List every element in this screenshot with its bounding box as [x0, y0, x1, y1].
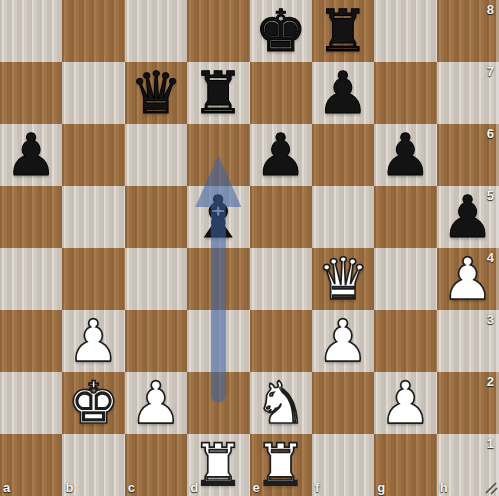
piece-white-pawn[interactable]: ♟ — [437, 248, 499, 310]
square-a3[interactable] — [0, 310, 62, 372]
square-a5[interactable] — [0, 186, 62, 248]
square-a2[interactable] — [0, 372, 62, 434]
square-b6[interactable] — [62, 124, 124, 186]
piece-black-pawn[interactable]: ♟ — [312, 62, 374, 124]
square-f3[interactable]: ♟ — [312, 310, 374, 372]
square-d2[interactable] — [187, 372, 249, 434]
square-a1[interactable]: a — [0, 434, 62, 496]
square-c5[interactable] — [125, 186, 187, 248]
square-h2[interactable]: 2 — [437, 372, 499, 434]
square-e1[interactable]: e♜ — [250, 434, 312, 496]
piece-white-rook[interactable]: ♜ — [187, 434, 249, 496]
square-a4[interactable] — [0, 248, 62, 310]
square-c4[interactable] — [125, 248, 187, 310]
piece-black-queen[interactable]: ♛ — [125, 62, 187, 124]
rank-label-1: 1 — [487, 437, 494, 450]
piece-black-king[interactable]: ♚ — [250, 0, 312, 62]
piece-white-pawn[interactable]: ♟ — [312, 310, 374, 372]
piece-black-rook[interactable]: ♜ — [312, 0, 374, 62]
square-h8[interactable]: 8 — [437, 0, 499, 62]
chess-board: ♚♜8♛♜♟7♟♟♟6♝5♟♛4♟♟♟3♚♟♞♟2abcd♜e♜fg1h — [0, 0, 499, 496]
square-f4[interactable]: ♛ — [312, 248, 374, 310]
piece-white-knight[interactable]: ♞ — [250, 372, 312, 434]
piece-black-pawn[interactable]: ♟ — [250, 124, 312, 186]
rank-label-2: 2 — [487, 375, 494, 388]
piece-white-rook[interactable]: ♜ — [250, 434, 312, 496]
square-c3[interactable] — [125, 310, 187, 372]
square-f2[interactable] — [312, 372, 374, 434]
square-d8[interactable] — [187, 0, 249, 62]
square-g7[interactable] — [374, 62, 436, 124]
piece-black-rook[interactable]: ♜ — [187, 62, 249, 124]
square-a6[interactable]: ♟ — [0, 124, 62, 186]
square-e2[interactable]: ♞ — [250, 372, 312, 434]
square-c6[interactable] — [125, 124, 187, 186]
square-c2[interactable]: ♟ — [125, 372, 187, 434]
file-label-b: b — [65, 481, 73, 494]
square-d6[interactable] — [187, 124, 249, 186]
square-d3[interactable] — [187, 310, 249, 372]
file-label-g: g — [377, 481, 385, 494]
square-e5[interactable] — [250, 186, 312, 248]
square-f8[interactable]: ♜ — [312, 0, 374, 62]
square-e3[interactable] — [250, 310, 312, 372]
piece-white-pawn[interactable]: ♟ — [374, 372, 436, 434]
square-d4[interactable] — [187, 248, 249, 310]
square-c8[interactable] — [125, 0, 187, 62]
square-g6[interactable]: ♟ — [374, 124, 436, 186]
square-b4[interactable] — [62, 248, 124, 310]
square-f7[interactable]: ♟ — [312, 62, 374, 124]
file-label-f: f — [315, 481, 319, 494]
square-e7[interactable] — [250, 62, 312, 124]
square-b1[interactable]: b — [62, 434, 124, 496]
rank-label-7: 7 — [487, 65, 494, 78]
board-resize-handle-icon[interactable] — [484, 481, 498, 495]
piece-white-queen[interactable]: ♛ — [312, 248, 374, 310]
square-a8[interactable] — [0, 0, 62, 62]
square-g4[interactable] — [374, 248, 436, 310]
square-d1[interactable]: d♜ — [187, 434, 249, 496]
square-f1[interactable]: f — [312, 434, 374, 496]
square-c1[interactable]: c — [125, 434, 187, 496]
square-b5[interactable] — [62, 186, 124, 248]
piece-black-bishop[interactable]: ♝ — [187, 186, 249, 248]
square-e8[interactable]: ♚ — [250, 0, 312, 62]
square-g1[interactable]: g — [374, 434, 436, 496]
piece-black-pawn[interactable]: ♟ — [437, 186, 499, 248]
file-label-h: h — [440, 481, 448, 494]
square-d5[interactable]: ♝ — [187, 186, 249, 248]
square-f5[interactable] — [312, 186, 374, 248]
piece-white-pawn[interactable]: ♟ — [125, 372, 187, 434]
square-b8[interactable] — [62, 0, 124, 62]
square-e4[interactable] — [250, 248, 312, 310]
chess-app: ♚♜8♛♜♟7♟♟♟6♝5♟♛4♟♟♟3♚♟♞♟2abcd♜e♜fg1h — [0, 0, 499, 496]
square-g3[interactable] — [374, 310, 436, 372]
square-g2[interactable]: ♟ — [374, 372, 436, 434]
piece-black-pawn[interactable]: ♟ — [0, 124, 62, 186]
square-h5[interactable]: 5♟ — [437, 186, 499, 248]
piece-white-pawn[interactable]: ♟ — [62, 310, 124, 372]
square-g5[interactable] — [374, 186, 436, 248]
square-f6[interactable] — [312, 124, 374, 186]
rank-label-6: 6 — [487, 127, 494, 140]
square-b3[interactable]: ♟ — [62, 310, 124, 372]
file-label-a: a — [3, 481, 10, 494]
square-h3[interactable]: 3 — [437, 310, 499, 372]
square-b7[interactable] — [62, 62, 124, 124]
square-b2[interactable]: ♚ — [62, 372, 124, 434]
square-h6[interactable]: 6 — [437, 124, 499, 186]
square-c7[interactable]: ♛ — [125, 62, 187, 124]
square-d7[interactable]: ♜ — [187, 62, 249, 124]
rank-label-8: 8 — [487, 3, 494, 16]
file-label-c: c — [128, 481, 135, 494]
square-h7[interactable]: 7 — [437, 62, 499, 124]
square-h4[interactable]: 4♟ — [437, 248, 499, 310]
rank-label-3: 3 — [487, 313, 494, 326]
square-e6[interactable]: ♟ — [250, 124, 312, 186]
piece-black-pawn[interactable]: ♟ — [374, 124, 436, 186]
piece-white-king[interactable]: ♚ — [62, 372, 124, 434]
square-g8[interactable] — [374, 0, 436, 62]
square-a7[interactable] — [0, 62, 62, 124]
